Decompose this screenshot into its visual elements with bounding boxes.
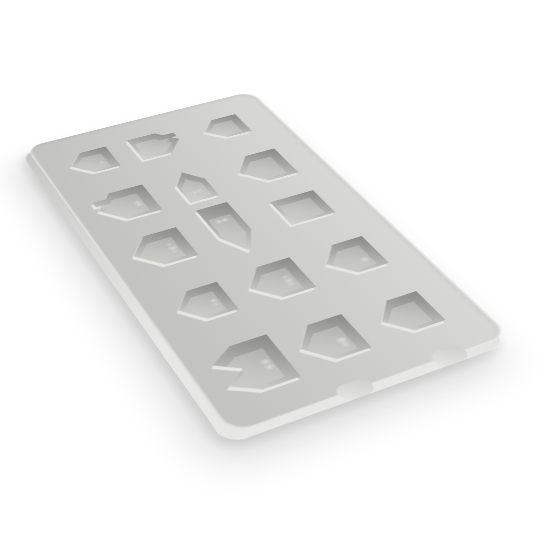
cavity-house-door-1 — [237, 257, 316, 303]
embossed-door-window-detail — [167, 243, 171, 245]
cavity-hotel-bar — [196, 202, 267, 256]
embossed-door-window-detail — [261, 360, 269, 365]
cavity-house-chimney-down — [89, 184, 162, 224]
cavity-house-door-3 — [123, 227, 198, 270]
cavity-floor — [135, 136, 178, 157]
cavity-house-narrow-tall — [168, 169, 220, 203]
cavity-house-plain-4 — [314, 236, 389, 278]
cavity-square-block — [270, 190, 335, 225]
cavity-house-windows — [168, 282, 239, 325]
cavity-house-small-top — [197, 114, 252, 141]
embossed-door-window-detail — [343, 342, 349, 345]
embossed-door-window-detail — [221, 218, 227, 222]
embossed-door-window-detail — [196, 190, 202, 193]
embossed-door-window-detail — [173, 250, 177, 252]
cavity-house-door-2 — [286, 314, 371, 366]
embossed-door-window-detail — [288, 282, 294, 285]
cavity-inner-walls — [127, 129, 188, 160]
embossed-door-window-detail — [100, 161, 105, 163]
embossed-door-window-detail — [266, 365, 274, 370]
embossed-door-window-detail — [283, 276, 288, 279]
cavity-house-plain-5 — [368, 291, 445, 337]
cavity-inner-walls — [196, 202, 267, 256]
cavity-house-small-bottom — [64, 147, 121, 177]
embossed-door-window-detail — [214, 303, 219, 306]
mould-tray — [25, 91, 510, 434]
embossed-door-window-detail — [215, 220, 221, 224]
embossed-door-window-detail — [362, 258, 369, 262]
embossed-door-window-detail — [136, 203, 142, 206]
embossed-door-window-detail — [191, 191, 197, 194]
embossed-door-window-detail — [211, 300, 216, 303]
photo-background — [0, 0, 550, 550]
cavity-church-double-peak — [204, 334, 300, 398]
cavity-house-wide — [228, 148, 299, 185]
cavity-inner-walls — [270, 190, 335, 225]
cavity-floor — [175, 176, 211, 200]
cavity-house-chimney-up — [127, 129, 188, 160]
